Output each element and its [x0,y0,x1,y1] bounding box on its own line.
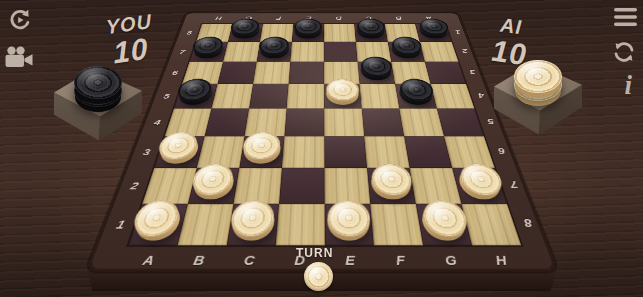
square-b7[interactable] [223,42,260,62]
file-label-top-b: B [383,13,415,23]
white-man-g1[interactable] [416,204,472,246]
square-f7[interactable] [356,42,391,62]
square-d7[interactable] [290,42,324,62]
square-a6[interactable] [182,62,223,84]
captured-white-stack [514,52,562,104]
square-e8[interactable] [324,24,356,42]
square-c8[interactable] [260,24,293,42]
file-label-top-d: D [324,13,354,23]
file-label-bottom-c: C [222,245,276,274]
captured-tray-left [48,58,148,144]
white-man-c1[interactable] [227,204,279,246]
square-f6[interactable] [358,62,395,84]
square-d8[interactable] [292,24,324,42]
white-man-a1[interactable] [129,204,188,246]
square-b6[interactable] [218,62,257,84]
square-g6[interactable] [391,62,430,84]
square-d5[interactable] [287,84,325,109]
square-a8[interactable] [196,24,232,42]
turn-piece-indicator [304,262,333,291]
file-label-bottom-b: B [170,245,226,274]
square-a7[interactable] [189,42,228,62]
captured-tray-right [488,52,588,138]
square-h7[interactable] [420,42,459,62]
square-h8[interactable] [415,24,452,42]
square-h6[interactable] [425,62,466,84]
restart-icon[interactable] [612,40,636,64]
square-g7[interactable] [388,42,425,62]
square-f8[interactable] [354,24,388,42]
file-label-bottom-f: F [374,245,428,274]
white-man-a3[interactable] [154,136,204,168]
captured-black-piece [74,66,122,99]
file-label-top-f: F [263,13,294,23]
white-man-b2[interactable] [188,168,239,204]
undo-icon[interactable] [7,7,33,33]
file-label-bottom-a: A [119,245,178,274]
white-man-e1[interactable] [325,204,374,246]
info-icon[interactable]: i [624,70,632,101]
file-label-bottom-h: H [472,245,531,274]
white-man-f2[interactable] [367,168,416,204]
square-b8[interactable] [228,24,263,42]
square-c7[interactable] [257,42,292,62]
video-camera-icon[interactable] [4,46,34,68]
square-e7[interactable] [324,42,358,62]
square-c6[interactable] [253,62,290,84]
square-g8[interactable] [385,24,420,42]
turn-label: TURN [296,246,333,260]
file-label-top-h: H [202,13,235,23]
square-c5[interactable] [249,84,289,109]
white-man-c3[interactable] [239,136,284,168]
game-screen: YOU 10 AI 10 i HAGBFCEDD [0,0,643,297]
captured-white-piece [514,60,562,93]
square-d6[interactable] [289,62,324,84]
menu-icon[interactable] [613,7,638,28]
square-f5[interactable] [360,84,400,109]
captured-black-stack [74,58,122,110]
square-b5[interactable] [211,84,253,109]
square-e6[interactable] [324,62,360,84]
